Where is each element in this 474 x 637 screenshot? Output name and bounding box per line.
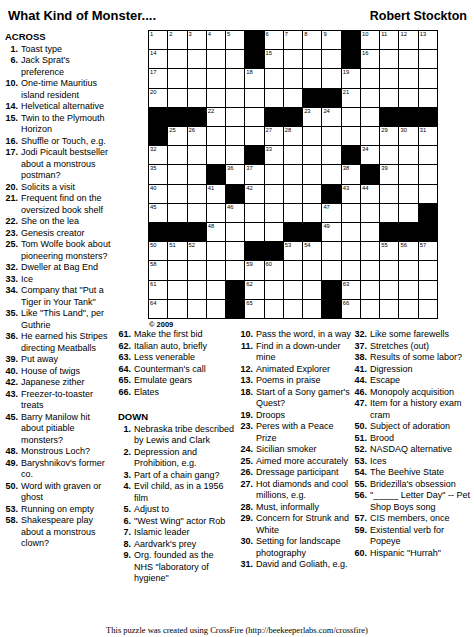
down-clue-25: 25.Aimed more accurately <box>240 456 354 468</box>
grid-cell[interactable]: 14 <box>149 50 167 68</box>
cell-number: 4 <box>208 31 211 38</box>
clue-number: 50. <box>5 481 21 493</box>
grid-cell[interactable] <box>322 69 340 87</box>
grid-cell[interactable] <box>188 281 206 299</box>
grid-cell[interactable] <box>303 146 321 164</box>
grid-cell[interactable] <box>419 300 437 318</box>
clue-number: 15. <box>5 113 21 125</box>
clue-text: Results of some labor? <box>370 352 474 364</box>
grid-cell[interactable]: 42 <box>245 185 263 203</box>
clue-text: The Beehive State <box>370 467 474 479</box>
grid-cell[interactable] <box>322 127 340 145</box>
clue-text: Helvetical alternative <box>21 101 111 113</box>
cell-number: 8 <box>304 31 307 38</box>
down-clue-31: 31.David and Goliath, e.g. <box>240 559 354 571</box>
clue-number: 66. <box>118 387 134 399</box>
across-clue-50: 50.Word with graven or ghost <box>5 481 111 504</box>
grid-cell[interactable] <box>361 242 379 260</box>
grid-cell[interactable]: 25 <box>168 127 186 145</box>
clue-text: Find in a down-under mine <box>256 341 354 364</box>
grid-cell[interactable] <box>226 223 244 241</box>
grid-cell[interactable] <box>207 242 225 260</box>
cell-number: 41 <box>208 185 214 192</box>
clue-text: "West Wing" actor Rob <box>134 516 235 528</box>
grid-cell[interactable] <box>168 69 186 87</box>
clue-text: Baryshnikov's former co. <box>21 458 111 481</box>
grid-cell[interactable]: 63 <box>342 281 360 299</box>
grid-cell[interactable]: 65 <box>245 300 263 318</box>
clue-number: 51. <box>354 433 370 445</box>
grid-cell[interactable]: 12 <box>399 31 417 49</box>
across-clue-36: 36.He earned his Stripes directing Meatb… <box>5 331 111 354</box>
grid-cell[interactable]: 27 <box>265 127 283 145</box>
cell-number: 63 <box>343 281 349 288</box>
across-clue-63: 63.Less venerable <box>118 352 235 364</box>
grid-cell[interactable]: 34 <box>361 146 379 164</box>
clue-number: 63. <box>118 352 134 364</box>
grid-cell[interactable] <box>245 127 263 145</box>
down-clue-53: 53.Ices <box>354 456 474 468</box>
grid-cell[interactable] <box>419 165 437 183</box>
grid-cell[interactable] <box>361 69 379 87</box>
grid-cell[interactable] <box>188 146 206 164</box>
grid-cell[interactable] <box>207 50 225 68</box>
grid-cell[interactable] <box>342 261 360 279</box>
clue-number: 58. <box>5 515 21 527</box>
grid-cell[interactable]: 32 <box>149 146 167 164</box>
grid-cell[interactable]: 37 <box>245 165 263 183</box>
grid-cell[interactable] <box>380 69 398 87</box>
block-cell <box>284 223 302 241</box>
grid-cell[interactable]: 61 <box>149 281 167 299</box>
grid-cell[interactable] <box>265 165 283 183</box>
grid-cell[interactable]: 51 <box>168 242 186 260</box>
clue-number: 13. <box>240 375 256 387</box>
clue-number: 32. <box>5 262 21 274</box>
grid-cell[interactable]: 11 <box>380 31 398 49</box>
grid-cell[interactable]: 33 <box>265 146 283 164</box>
grid-cell[interactable]: 20 <box>149 89 167 107</box>
grid-cell[interactable] <box>245 204 263 222</box>
grid-cell[interactable] <box>265 223 283 241</box>
grid-cell[interactable]: 35 <box>149 165 167 183</box>
grid-cell[interactable] <box>361 223 379 241</box>
grid-cell[interactable] <box>226 89 244 107</box>
clues-column-2: 61.Make the first bid62.Italian auto, br… <box>118 329 235 585</box>
grid-cell[interactable]: 28 <box>284 127 302 145</box>
grid-cell[interactable] <box>303 50 321 68</box>
grid-cell[interactable]: 45 <box>149 204 167 222</box>
grid-cell[interactable]: 52 <box>188 242 206 260</box>
block-cell <box>399 108 417 126</box>
block-cell <box>188 108 206 126</box>
across-clue-list-continued: 61.Make the first bid62.Italian auto, br… <box>118 329 235 398</box>
clue-text: CIS members, once <box>370 513 474 525</box>
grid-cell[interactable] <box>284 281 302 299</box>
grid-cell[interactable] <box>226 242 244 260</box>
cell-number: 17 <box>150 69 156 76</box>
cell-number: 23 <box>304 108 310 115</box>
cell-number: 15 <box>266 50 272 57</box>
grid-cell[interactable]: 16 <box>361 50 379 68</box>
grid-cell[interactable] <box>168 50 186 68</box>
grid-cell[interactable] <box>361 281 379 299</box>
grid-cell[interactable] <box>303 300 321 318</box>
grid-cell[interactable]: 10 <box>361 31 379 49</box>
cell-number: 18 <box>246 69 252 76</box>
clue-number: 48. <box>5 446 21 458</box>
grid-cell[interactable] <box>380 300 398 318</box>
grid-cell[interactable] <box>342 242 360 260</box>
grid-cell[interactable]: 2 <box>168 31 186 49</box>
grid-cell[interactable] <box>342 204 360 222</box>
grid-cell[interactable]: 30 <box>399 127 417 145</box>
grid-cell[interactable] <box>168 204 186 222</box>
grid-cell[interactable]: 5 <box>226 31 244 49</box>
grid-cell[interactable]: 56 <box>399 242 417 260</box>
block-cell <box>322 281 340 299</box>
across-clue-48: 48.Monstrous Loch? <box>5 446 111 458</box>
grid-cell[interactable] <box>245 108 263 126</box>
grid-cell[interactable] <box>361 89 379 107</box>
grid-cell[interactable] <box>284 261 302 279</box>
grid-cell[interactable] <box>342 223 360 241</box>
grid-cell[interactable] <box>168 185 186 203</box>
grid-cell[interactable]: 55 <box>380 242 398 260</box>
clue-number: 2. <box>118 447 134 459</box>
grid-cell[interactable]: 3 <box>188 31 206 49</box>
grid-cell[interactable] <box>399 261 417 279</box>
cell-number: 40 <box>150 185 156 192</box>
clue-text: Monstrous Loch? <box>21 446 111 458</box>
grid-cell[interactable]: 46 <box>226 204 244 222</box>
across-clue-23: 23.Genesis creator <box>5 228 111 240</box>
grid-cell[interactable] <box>207 146 225 164</box>
grid-cell[interactable] <box>419 185 437 203</box>
cell-number: 64 <box>150 300 156 307</box>
grid-cell[interactable]: 26 <box>188 127 206 145</box>
grid-cell[interactable] <box>188 204 206 222</box>
grid-cell[interactable] <box>226 108 244 126</box>
cell-number: 12 <box>400 31 406 38</box>
down-clue-38: 38.Results of some labor? <box>354 352 474 364</box>
down-clue-11: 11.Find in a down-under mine <box>240 341 354 364</box>
clue-text: House of twigs <box>21 366 111 378</box>
across-clue-15: 15.Twin to the Plymouth Horizon <box>5 113 111 136</box>
across-clue-25: 25.Tom Wolfe book about pioneering monst… <box>5 239 111 262</box>
grid-cell[interactable]: 19 <box>342 69 360 87</box>
grid-cell[interactable] <box>419 281 437 299</box>
across-clue-64: 64.Counterman's call <box>118 364 235 376</box>
grid-cell[interactable] <box>265 89 283 107</box>
grid-cell[interactable] <box>284 300 302 318</box>
grid-cell[interactable] <box>361 300 379 318</box>
clue-number: 44. <box>354 375 370 387</box>
grid-cell[interactable] <box>419 89 437 107</box>
grid-cell[interactable] <box>207 281 225 299</box>
grid-cell[interactable] <box>399 185 417 203</box>
block-cell <box>284 108 302 126</box>
clue-number: 29. <box>240 513 256 525</box>
grid-cell[interactable]: 24 <box>322 108 340 126</box>
grid-cell[interactable]: 15 <box>265 50 283 68</box>
grid-cell[interactable] <box>303 165 321 183</box>
clue-number: 27. <box>240 479 256 491</box>
grid-cell[interactable]: 66 <box>342 300 360 318</box>
grid-cell[interactable] <box>380 261 398 279</box>
clue-text: Brood <box>370 433 474 445</box>
clue-text: Sicilian smoker <box>256 444 354 456</box>
grid-cell[interactable] <box>226 50 244 68</box>
grid-cell[interactable]: 22 <box>207 108 225 126</box>
grid-cell[interactable] <box>188 50 206 68</box>
clue-text: She on the lea <box>21 216 111 228</box>
grid-cell[interactable] <box>322 50 340 68</box>
clue-number: 30. <box>240 536 256 548</box>
clue-number: 53. <box>5 504 21 516</box>
grid-cell[interactable]: 13 <box>419 31 437 49</box>
block-cell <box>149 127 167 145</box>
clue-number: 52. <box>354 444 370 456</box>
across-clue-62: 62.Italian auto, briefly <box>118 341 235 353</box>
cell-number: 28 <box>285 127 291 134</box>
clue-number: 55. <box>354 479 370 491</box>
clue-text: Word with graven or ghost <box>21 481 111 504</box>
grid-cell[interactable] <box>226 146 244 164</box>
clue-number: 9. <box>118 550 134 562</box>
clue-number: 19. <box>240 410 256 422</box>
grid-cell[interactable] <box>207 300 225 318</box>
clue-text: He earned his Stripes directing Meatball… <box>21 331 111 354</box>
grid-cell[interactable]: 18 <box>245 69 263 87</box>
grid-cell[interactable]: 49 <box>322 223 340 241</box>
clue-text: Dweller at Bag End <box>21 262 111 274</box>
clues-column-3: 10.Pass the word, in a way11.Find in a d… <box>240 329 354 571</box>
grid-cell[interactable] <box>342 108 360 126</box>
grid-cell[interactable] <box>284 69 302 87</box>
grid-cell[interactable] <box>380 204 398 222</box>
grid-cell[interactable] <box>419 146 437 164</box>
down-clue-5: 5.Adjust to <box>118 504 235 516</box>
clue-text: Company that "Put a Tiger in Your Tank" <box>21 285 111 308</box>
grid-cell[interactable]: 21 <box>342 89 360 107</box>
grid-cell[interactable]: 4 <box>207 31 225 49</box>
across-clues-column: ACROSS 1.Toast type6.Jack Sprat's prefer… <box>5 31 111 550</box>
grid-cell[interactable] <box>188 185 206 203</box>
grid-cell[interactable]: 48 <box>207 223 225 241</box>
grid-cell[interactable] <box>284 89 302 107</box>
grid-cell[interactable] <box>245 223 263 241</box>
grid-cell[interactable] <box>399 50 417 68</box>
cell-number: 22 <box>208 108 214 115</box>
grid-cell[interactable] <box>188 300 206 318</box>
grid-cell[interactable] <box>399 204 417 222</box>
across-clue-42: 42.Japanese zither <box>5 377 111 389</box>
grid-cell[interactable] <box>284 185 302 203</box>
grid-cell[interactable]: 23 <box>303 108 321 126</box>
grid-cell[interactable] <box>207 89 225 107</box>
grid-cell[interactable]: 57 <box>419 242 437 260</box>
cell-number: 1 <box>150 31 153 38</box>
grid-cell[interactable] <box>207 261 225 279</box>
clue-number: 41. <box>354 364 370 376</box>
grid-cell[interactable] <box>168 281 186 299</box>
grid-cell[interactable]: 29 <box>380 127 398 145</box>
grid-cell[interactable] <box>168 300 186 318</box>
grid-cell[interactable]: 43 <box>342 185 360 203</box>
grid-cell[interactable] <box>419 50 437 68</box>
cell-number: 61 <box>150 281 156 288</box>
grid-cell[interactable] <box>168 146 186 164</box>
grid-cell[interactable] <box>265 281 283 299</box>
grid-cell[interactable] <box>245 89 263 107</box>
grid-cell[interactable] <box>380 146 398 164</box>
grid-cell[interactable] <box>303 127 321 145</box>
grid-cell[interactable] <box>399 146 417 164</box>
across-clue-35: 35.Like "This Land", per Guthrie <box>5 308 111 331</box>
block-cell <box>245 146 263 164</box>
grid-cell[interactable]: 41 <box>207 185 225 203</box>
clue-text: Islamic leader <box>134 527 235 539</box>
grid-cell[interactable] <box>265 300 283 318</box>
grid-cell[interactable] <box>303 281 321 299</box>
grid-cell[interactable] <box>284 50 302 68</box>
grid-cell[interactable] <box>265 185 283 203</box>
clue-text: Depression and Prohibition, e.g. <box>134 447 235 470</box>
grid-cell[interactable]: 58 <box>149 261 167 279</box>
grid-cell[interactable] <box>168 261 186 279</box>
cell-number: 58 <box>150 261 156 268</box>
clue-number: 32. <box>354 329 370 341</box>
grid-cell[interactable] <box>284 146 302 164</box>
down-clue-4: 4.Evil child, as in a 1956 film <box>118 481 235 504</box>
block-cell <box>149 108 167 126</box>
down-clue-28: 28.Must, informally <box>240 502 354 514</box>
grid-cell[interactable] <box>399 281 417 299</box>
grid-cell[interactable]: 36 <box>226 165 244 183</box>
down-clue-6: 6."West Wing" actor Rob <box>118 516 235 528</box>
grid-cell[interactable] <box>168 89 186 107</box>
grid-cell[interactable] <box>226 261 244 279</box>
grid-cell[interactable] <box>207 127 225 145</box>
grid-cell[interactable] <box>284 165 302 183</box>
grid-cell[interactable]: 64 <box>149 300 167 318</box>
clue-text: Shakespeare play about a monstrous clown… <box>21 515 111 550</box>
grid-cell[interactable] <box>380 89 398 107</box>
grid-cell[interactable]: 39 <box>380 165 398 183</box>
grid-cell[interactable] <box>168 165 186 183</box>
clue-number: 24. <box>240 444 256 456</box>
clue-text: Make the first bid <box>134 329 235 341</box>
across-clue-14: 14.Helvetical alternative <box>5 101 111 113</box>
grid-cell[interactable] <box>342 127 360 145</box>
grid-cell[interactable] <box>188 261 206 279</box>
cell-number: 55 <box>381 242 387 249</box>
grid-cell[interactable] <box>265 204 283 222</box>
grid-cell[interactable] <box>207 69 225 87</box>
across-clue-1: 1.Toast type <box>5 44 111 56</box>
block-cell <box>149 223 167 241</box>
clue-number: 7. <box>118 527 134 539</box>
grid-cell[interactable]: 38 <box>342 165 360 183</box>
down-clue-18: 18.Start of a Sony gamer's Quest? <box>240 387 354 410</box>
grid-cell[interactable] <box>226 127 244 145</box>
grid-cell[interactable]: 60 <box>265 261 283 279</box>
grid-cell[interactable] <box>322 261 340 279</box>
grid-cell[interactable]: 50 <box>149 242 167 260</box>
grid-cell[interactable] <box>399 69 417 87</box>
grid-cell[interactable] <box>399 165 417 183</box>
grid-cell[interactable] <box>361 127 379 145</box>
grid-cell[interactable]: 59 <box>245 261 263 279</box>
grid-cell[interactable]: 17 <box>149 69 167 87</box>
grid-cell[interactable] <box>303 185 321 203</box>
grid-cell[interactable]: 47 <box>322 204 340 222</box>
clue-number: 42. <box>5 377 21 389</box>
grid-cell[interactable] <box>380 281 398 299</box>
grid-cell[interactable] <box>188 69 206 87</box>
grid-cell[interactable]: 40 <box>149 185 167 203</box>
grid-cell[interactable] <box>399 300 417 318</box>
grid-cell[interactable]: 6 <box>265 31 283 49</box>
grid-cell[interactable] <box>361 108 379 126</box>
grid-cell[interactable] <box>322 165 340 183</box>
grid-cell[interactable] <box>207 204 225 222</box>
grid-cell[interactable] <box>303 204 321 222</box>
down-clue-1: 1.Nebraska tribe described by Lewis and … <box>118 424 235 447</box>
grid-cell[interactable] <box>322 242 340 260</box>
grid-cell[interactable]: 31 <box>419 127 437 145</box>
grid-cell[interactable] <box>303 69 321 87</box>
down-clue-19: 19.Droops <box>240 410 354 422</box>
grid-cell[interactable]: 8 <box>303 31 321 49</box>
block-cell <box>226 185 244 203</box>
clue-text: Freezer-to-toaster treats <box>21 389 111 412</box>
clue-text: Org. founded as the NHS "laboratory of h… <box>134 550 235 585</box>
grid-cell[interactable]: 7 <box>284 31 302 49</box>
grid-cell[interactable] <box>284 204 302 222</box>
grid-cell[interactable] <box>361 261 379 279</box>
down-clue-23: 23.Peres with a Peace Prize <box>240 421 354 444</box>
grid-cell[interactable]: 62 <box>245 281 263 299</box>
grid-cell[interactable]: 54 <box>303 242 321 260</box>
across-clue-6: 6.Jack Sprat's preference <box>5 55 111 78</box>
grid-cell[interactable] <box>419 69 437 87</box>
grid-cell[interactable]: 44 <box>361 185 379 203</box>
grid-cell[interactable] <box>361 204 379 222</box>
grid-cell[interactable] <box>188 89 206 107</box>
grid-cell[interactable]: 9 <box>322 31 340 49</box>
block-cell <box>399 223 417 241</box>
grid-cell[interactable] <box>419 261 437 279</box>
cell-number: 30 <box>400 127 406 134</box>
grid-cell[interactable]: 53 <box>284 242 302 260</box>
grid-cell[interactable] <box>303 261 321 279</box>
clue-number: 6. <box>5 55 21 67</box>
across-clue-39: 39.Put away <box>5 354 111 366</box>
grid-cell[interactable] <box>322 146 340 164</box>
grid-cell[interactable]: 1 <box>149 31 167 49</box>
grid-cell[interactable] <box>380 185 398 203</box>
grid-cell[interactable] <box>226 69 244 87</box>
grid-cell[interactable] <box>380 50 398 68</box>
clue-number: 34. <box>5 285 21 297</box>
grid-cell[interactable] <box>188 165 206 183</box>
cell-number: 5 <box>227 31 230 38</box>
grid-cell[interactable] <box>265 69 283 87</box>
grid-cell[interactable] <box>399 89 417 107</box>
clue-number: 4. <box>118 481 134 493</box>
